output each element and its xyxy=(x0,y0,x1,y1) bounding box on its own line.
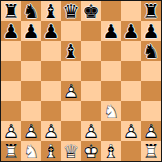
square-h8[interactable]: ♜ xyxy=(141,1,161,21)
piece-black-pawn: ♟ xyxy=(21,21,41,41)
piece-white-pawn: ♟♙ xyxy=(61,81,81,101)
piece-white-king: ♚♔ xyxy=(81,141,101,161)
square-g2[interactable]: ♟♙ xyxy=(121,121,141,141)
piece-white-pawn: ♟♙ xyxy=(141,121,161,141)
piece-glyph: ♝ xyxy=(61,41,81,61)
square-d2[interactable] xyxy=(61,121,81,141)
square-h5[interactable] xyxy=(141,61,161,81)
piece-glyph: ♜ xyxy=(1,1,21,21)
piece-glyph-outline: ♗ xyxy=(41,141,61,161)
piece-black-queen: ♛ xyxy=(61,1,81,21)
piece-glyph-outline: ♙ xyxy=(41,121,61,141)
piece-glyph: ♟ xyxy=(121,21,141,41)
piece-glyph-outline: ♙ xyxy=(21,121,41,141)
piece-glyph: ♟ xyxy=(1,21,21,41)
square-c2[interactable]: ♟♙ xyxy=(41,121,61,141)
piece-glyph-outline: ♙ xyxy=(1,121,21,141)
piece-white-knight: ♞♘ xyxy=(101,101,121,121)
square-b2[interactable]: ♟♙ xyxy=(21,121,41,141)
piece-glyph-outline: ♗ xyxy=(101,141,121,161)
square-d7[interactable] xyxy=(61,21,81,41)
square-d8[interactable]: ♛ xyxy=(61,1,81,21)
piece-glyph: ♟ xyxy=(41,21,61,41)
square-g4[interactable] xyxy=(121,81,141,101)
piece-glyph: ♞ xyxy=(21,1,41,21)
piece-white-bishop: ♝♗ xyxy=(101,141,121,161)
square-c6[interactable] xyxy=(41,41,61,61)
piece-glyph: ♞ xyxy=(141,41,161,61)
piece-black-bishop: ♝ xyxy=(61,41,81,61)
square-d3[interactable] xyxy=(61,101,81,121)
square-c4[interactable] xyxy=(41,81,61,101)
square-f6[interactable] xyxy=(101,41,121,61)
square-a5[interactable] xyxy=(1,61,21,81)
piece-black-knight: ♞ xyxy=(21,1,41,21)
square-b6[interactable] xyxy=(21,41,41,61)
square-e3[interactable] xyxy=(81,101,101,121)
square-e7[interactable] xyxy=(81,21,101,41)
piece-glyph: ♚ xyxy=(81,1,101,21)
piece-glyph: ♟ xyxy=(101,21,121,41)
square-b7[interactable]: ♟ xyxy=(21,21,41,41)
piece-white-pawn: ♟♙ xyxy=(81,121,101,141)
square-g6[interactable] xyxy=(121,41,141,61)
piece-black-bishop: ♝ xyxy=(41,1,61,21)
square-a4[interactable] xyxy=(1,81,21,101)
square-a6[interactable] xyxy=(1,41,21,61)
piece-glyph: ♟ xyxy=(21,21,41,41)
square-b8[interactable]: ♞ xyxy=(21,1,41,21)
square-g5[interactable] xyxy=(121,61,141,81)
square-c8[interactable]: ♝ xyxy=(41,1,61,21)
piece-white-pawn: ♟♙ xyxy=(41,121,61,141)
square-f2[interactable] xyxy=(101,121,121,141)
square-d4[interactable]: ♟♙ xyxy=(61,81,81,101)
square-d6[interactable]: ♝ xyxy=(61,41,81,61)
piece-black-pawn: ♟ xyxy=(141,21,161,41)
piece-glyph-outline: ♘ xyxy=(101,101,121,121)
square-h2[interactable]: ♟♙ xyxy=(141,121,161,141)
piece-white-queen: ♛♕ xyxy=(61,141,81,161)
piece-white-knight: ♞♘ xyxy=(21,141,41,161)
square-c7[interactable]: ♟ xyxy=(41,21,61,41)
square-f4[interactable] xyxy=(101,81,121,101)
piece-black-pawn: ♟ xyxy=(101,21,121,41)
square-g8[interactable] xyxy=(121,1,141,21)
piece-white-pawn: ♟♙ xyxy=(121,121,141,141)
square-e5[interactable] xyxy=(81,61,101,81)
square-b3[interactable] xyxy=(21,101,41,121)
square-d5[interactable] xyxy=(61,61,81,81)
piece-glyph: ♛ xyxy=(61,1,81,21)
piece-black-rook: ♜ xyxy=(141,1,161,21)
square-c1[interactable]: ♝♗ xyxy=(41,141,61,161)
piece-glyph-outline: ♕ xyxy=(61,141,81,161)
piece-glyph-outline: ♙ xyxy=(121,121,141,141)
square-e4[interactable] xyxy=(81,81,101,101)
square-h6[interactable]: ♞ xyxy=(141,41,161,61)
square-a7[interactable]: ♟ xyxy=(1,21,21,41)
square-b1[interactable]: ♞♘ xyxy=(21,141,41,161)
square-b4[interactable] xyxy=(21,81,41,101)
piece-black-king: ♚ xyxy=(81,1,101,21)
square-g7[interactable]: ♟ xyxy=(121,21,141,41)
square-c3[interactable] xyxy=(41,101,61,121)
piece-glyph-outline: ♙ xyxy=(61,81,81,101)
piece-glyph: ♜ xyxy=(141,1,161,21)
piece-white-bishop: ♝♗ xyxy=(41,141,61,161)
square-e1[interactable]: ♚♔ xyxy=(81,141,101,161)
square-f3[interactable]: ♞♘ xyxy=(101,101,121,121)
square-a2[interactable]: ♟♙ xyxy=(1,121,21,141)
piece-white-rook: ♜♖ xyxy=(1,141,21,161)
square-g1[interactable] xyxy=(121,141,141,161)
square-a3[interactable] xyxy=(1,101,21,121)
square-b5[interactable] xyxy=(21,61,41,81)
square-a8[interactable]: ♜ xyxy=(1,1,21,21)
square-e2[interactable]: ♟♙ xyxy=(81,121,101,141)
piece-black-knight: ♞ xyxy=(141,41,161,61)
piece-glyph-outline: ♔ xyxy=(81,141,101,161)
piece-glyph-outline: ♖ xyxy=(141,141,161,161)
square-e6[interactable] xyxy=(81,41,101,61)
piece-glyph-outline: ♘ xyxy=(21,141,41,161)
piece-black-pawn: ♟ xyxy=(41,21,61,41)
piece-black-pawn: ♟ xyxy=(121,21,141,41)
square-h7[interactable]: ♟ xyxy=(141,21,161,41)
square-h4[interactable] xyxy=(141,81,161,101)
square-e8[interactable]: ♚ xyxy=(81,1,101,21)
piece-black-pawn: ♟ xyxy=(1,21,21,41)
square-f8[interactable] xyxy=(101,1,121,21)
piece-glyph: ♟ xyxy=(141,21,161,41)
square-h1[interactable]: ♜♖ xyxy=(141,141,161,161)
square-g3[interactable] xyxy=(121,101,141,121)
square-c5[interactable] xyxy=(41,61,61,81)
piece-glyph-outline: ♖ xyxy=(1,141,21,161)
chess-board: ♜♞♝♛♚♜♟♟♟♟♟♟♝♞♟♙♞♘♟♙♟♙♟♙♟♙♟♙♟♙♜♖♞♘♝♗♛♕♚♔… xyxy=(0,0,162,162)
square-f7[interactable]: ♟ xyxy=(101,21,121,41)
piece-glyph-outline: ♙ xyxy=(141,121,161,141)
square-f5[interactable] xyxy=(101,61,121,81)
square-f1[interactable]: ♝♗ xyxy=(101,141,121,161)
square-h3[interactable] xyxy=(141,101,161,121)
piece-white-pawn: ♟♙ xyxy=(1,121,21,141)
piece-white-pawn: ♟♙ xyxy=(21,121,41,141)
piece-glyph: ♝ xyxy=(41,1,61,21)
piece-black-rook: ♜ xyxy=(1,1,21,21)
square-a1[interactable]: ♜♖ xyxy=(1,141,21,161)
piece-glyph-outline: ♙ xyxy=(81,121,101,141)
piece-white-rook: ♜♖ xyxy=(141,141,161,161)
square-d1[interactable]: ♛♕ xyxy=(61,141,81,161)
